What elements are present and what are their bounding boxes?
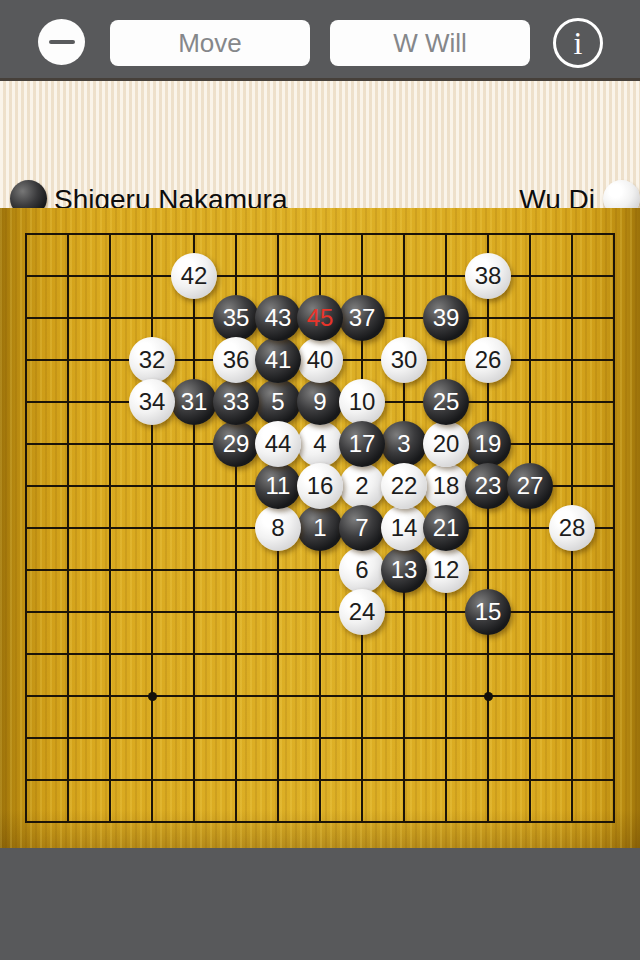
stone-l6: 15 [465,589,511,635]
stone-j8: 14 [381,505,427,551]
move-number: 35 [223,306,250,330]
move-number: 24 [349,600,376,624]
move-number: 40 [307,348,334,372]
move-number: 4 [313,432,326,456]
move-number: 41 [265,348,292,372]
stone-l10: 19 [465,421,511,467]
stone-f11: 33 [213,379,259,425]
stone-h12: 40 [297,337,343,383]
stone-i8: 7 [339,505,385,551]
move-number: 22 [391,474,418,498]
grid-line [25,821,615,823]
move-number: 12 [433,558,460,582]
stone-j10: 3 [381,421,427,467]
grid-line [25,569,615,571]
move-number: 8 [271,516,284,540]
grid-line [25,695,615,697]
top-bar: Move W Will i [0,0,640,81]
stone-h10: 4 [297,421,343,467]
stone-d12: 32 [129,337,175,383]
move-number: 44 [265,432,292,456]
stone-i9: 2 [339,463,385,509]
player-bar: Shigeru Nakamura Wu Di [0,81,640,208]
stone-g12: 41 [255,337,301,383]
move-number: 39 [433,306,460,330]
move-number: 32 [139,348,166,372]
move-number: 16 [307,474,334,498]
move-number: 30 [391,348,418,372]
stone-i13: 37 [339,295,385,341]
grid-line [613,233,615,823]
stone-i11: 10 [339,379,385,425]
move-number: 33 [223,390,250,414]
move-number: 14 [391,516,418,540]
stone-m9: 27 [507,463,553,509]
move-number: 34 [139,390,166,414]
grid-line [529,233,531,823]
stone-k10: 20 [423,421,469,467]
board[interactable]: 1234567891011121314151617181920212223242… [0,208,640,848]
move-number: 2 [355,474,368,498]
stone-f10: 29 [213,421,259,467]
grid-line [25,653,615,655]
w-will-button[interactable]: W Will [330,20,530,66]
minus-icon [49,40,75,44]
stone-g13: 43 [255,295,301,341]
move-number: 45 [307,306,334,330]
move-number: 23 [475,474,502,498]
stone-k8: 21 [423,505,469,551]
move-number: 19 [475,432,502,456]
bottom-toolbar: 8 [0,848,640,960]
move-button[interactable]: Move [110,20,310,66]
stone-i10: 17 [339,421,385,467]
move-number: 31 [181,390,208,414]
grid-line [487,233,489,823]
move-number: 9 [313,390,326,414]
move-number: 11 [266,474,291,498]
stone-g8: 8 [255,505,301,551]
move-number: 43 [265,306,292,330]
stone-h13: 45 [297,295,343,341]
stone-k9: 18 [423,463,469,509]
stone-f13: 35 [213,295,259,341]
stone-g11: 5 [255,379,301,425]
move-number: 38 [475,264,502,288]
move-number: 28 [559,516,586,540]
grid-line [25,737,615,739]
minimize-button[interactable] [38,19,85,65]
info-icon[interactable]: i [553,18,603,68]
stone-k7: 12 [423,547,469,593]
move-number: 26 [475,348,502,372]
stone-d11: 34 [129,379,175,425]
move-number: 21 [433,516,460,540]
star-point [148,692,157,701]
stone-i6: 24 [339,589,385,635]
stone-e14: 42 [171,253,217,299]
move-number: 25 [433,390,460,414]
stone-f12: 36 [213,337,259,383]
move-number: 5 [271,390,284,414]
app-window: Move W Will i Shigeru Nakamura Wu Di 123… [0,0,640,960]
move-number: 29 [223,432,250,456]
stone-k13: 39 [423,295,469,341]
stone-l12: 26 [465,337,511,383]
stone-l14: 38 [465,253,511,299]
move-number: 37 [349,306,376,330]
stone-j12: 30 [381,337,427,383]
move-number: 17 [349,432,376,456]
stone-n8: 28 [549,505,595,551]
goban-grid[interactable]: 1234567891011121314151617181920212223242… [26,234,614,822]
stone-j9: 22 [381,463,427,509]
move-number: 15 [475,600,502,624]
stone-j7: 13 [381,547,427,593]
move-number: 1 [313,516,326,540]
stone-l9: 23 [465,463,511,509]
stone-g10: 44 [255,421,301,467]
move-number: 36 [223,348,250,372]
stone-h9: 16 [297,463,343,509]
move-number: 6 [355,558,368,582]
move-number: 3 [397,432,410,456]
move-number: 18 [433,474,460,498]
stone-e11: 31 [171,379,217,425]
move-number: 20 [433,432,460,456]
stone-h8: 1 [297,505,343,551]
move-number: 10 [349,390,376,414]
grid-line [25,611,615,613]
grid-line [25,779,615,781]
move-number: 7 [355,516,368,540]
stone-h11: 9 [297,379,343,425]
stone-k11: 25 [423,379,469,425]
move-number: 13 [391,558,418,582]
move-number: 42 [181,264,208,288]
stone-i7: 6 [339,547,385,593]
stone-g9: 11 [255,463,301,509]
star-point [484,692,493,701]
move-number: 27 [517,474,544,498]
